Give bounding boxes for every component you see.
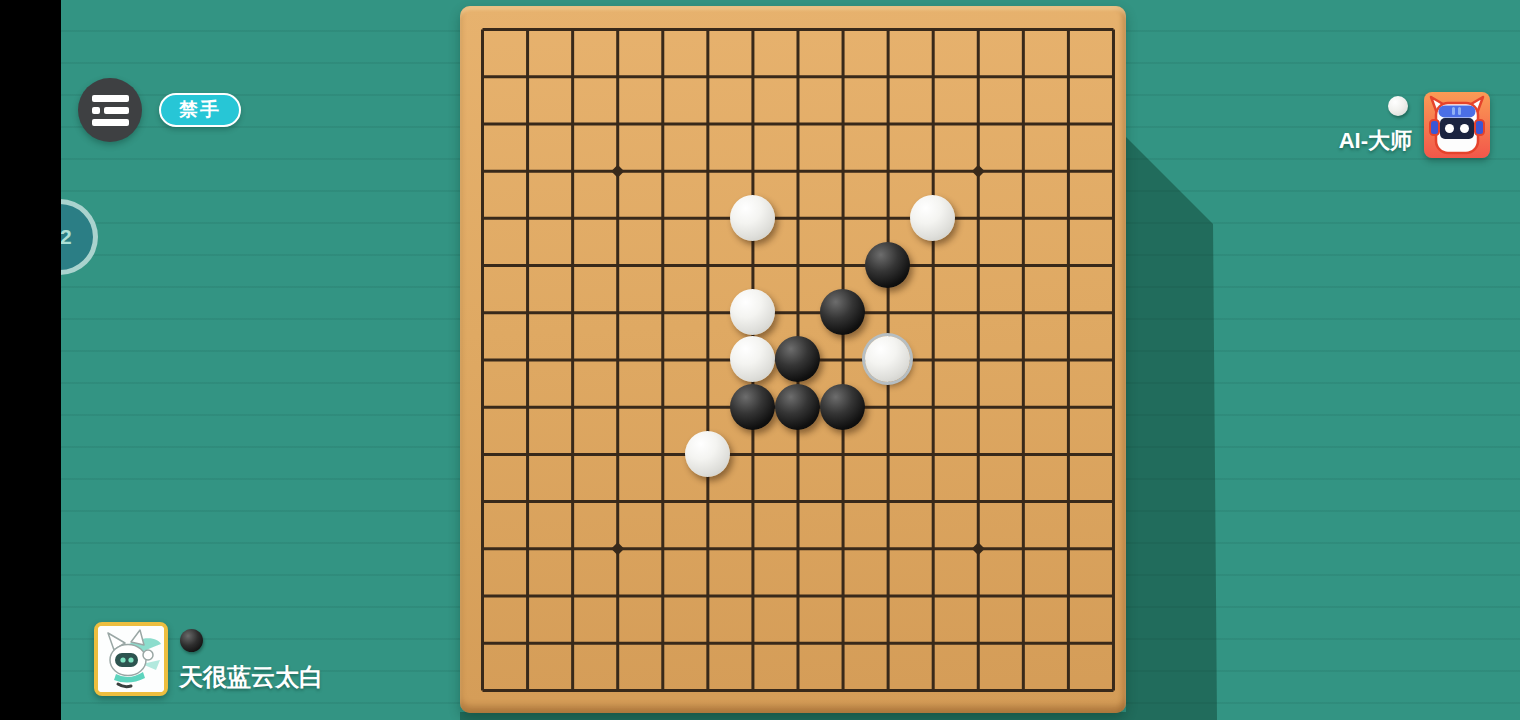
board-cell[interactable] <box>1000 194 1045 241</box>
board-cell[interactable] <box>1000 430 1045 477</box>
board-cell[interactable] <box>730 525 775 572</box>
cat-avatar[interactable] <box>94 622 168 696</box>
board-cell[interactable] <box>820 100 865 147</box>
board-cell[interactable] <box>550 53 595 100</box>
board-cell[interactable] <box>595 147 640 194</box>
board-cell[interactable] <box>955 336 1000 383</box>
board-cell[interactable] <box>955 53 1000 100</box>
board-cell[interactable] <box>865 194 910 241</box>
board-cell[interactable] <box>775 53 820 100</box>
board-cell[interactable] <box>595 572 640 619</box>
board-cell[interactable] <box>865 147 910 194</box>
white-stone <box>910 195 955 241</box>
board-cell[interactable] <box>1090 100 1135 147</box>
board-cell[interactable] <box>685 147 730 194</box>
board-cell[interactable] <box>460 194 505 241</box>
board-cell[interactable] <box>685 336 730 383</box>
board-cell[interactable] <box>730 241 775 288</box>
board-cell[interactable] <box>640 5 685 52</box>
board-cell[interactable] <box>910 477 955 524</box>
menu-button[interactable] <box>78 78 142 142</box>
board-cell[interactable] <box>1045 100 1090 147</box>
board-cell[interactable] <box>775 241 820 288</box>
board-cell[interactable] <box>775 194 820 241</box>
board-cell[interactable] <box>460 53 505 100</box>
board-cell[interactable] <box>1045 477 1090 524</box>
board-cell[interactable] <box>460 666 505 713</box>
board-cell[interactable] <box>910 53 955 100</box>
board-cell[interactable] <box>1045 336 1090 383</box>
board-cell[interactable] <box>910 100 955 147</box>
board-cell[interactable] <box>550 5 595 52</box>
board-cell[interactable] <box>1090 241 1135 288</box>
board-cell[interactable] <box>1090 525 1135 572</box>
board-cell[interactable] <box>1090 383 1135 430</box>
board-cell[interactable] <box>1045 53 1090 100</box>
board-cell[interactable] <box>595 5 640 52</box>
board-cell[interactable] <box>595 619 640 666</box>
board-cell[interactable] <box>640 147 685 194</box>
board-cell[interactable] <box>775 100 820 147</box>
board-cell[interactable] <box>640 100 685 147</box>
board-cell[interactable] <box>775 430 820 477</box>
white-stone <box>730 289 775 335</box>
board-cell[interactable] <box>550 289 595 336</box>
board-cell[interactable] <box>640 619 685 666</box>
board-cell[interactable] <box>865 5 910 52</box>
board-cell[interactable] <box>730 147 775 194</box>
board-cell[interactable] <box>955 147 1000 194</box>
board-cell[interactable] <box>1090 5 1135 52</box>
board-cell[interactable] <box>820 572 865 619</box>
gomoku-board <box>460 6 1126 713</box>
board-cell[interactable] <box>955 289 1000 336</box>
board-cell[interactable] <box>595 430 640 477</box>
board-cell[interactable] <box>505 289 550 336</box>
menu-bar-middle-line <box>104 107 129 114</box>
board-cell[interactable] <box>1045 525 1090 572</box>
board-cell[interactable] <box>685 100 730 147</box>
board-cell[interactable] <box>910 147 955 194</box>
board-cell[interactable] <box>640 383 685 430</box>
board-cell[interactable] <box>505 336 550 383</box>
board-cell[interactable] <box>820 383 865 430</box>
board-cell[interactable] <box>1000 572 1045 619</box>
board-cell[interactable] <box>1090 53 1135 100</box>
board-cell[interactable] <box>1045 619 1090 666</box>
board-cell[interactable] <box>1090 336 1135 383</box>
board-cell[interactable] <box>1045 572 1090 619</box>
board-cell[interactable] <box>460 5 505 52</box>
black-stone <box>865 242 910 288</box>
game-screen: 禁手 22 AI-大师 <box>0 0 1520 720</box>
board-cell[interactable] <box>685 289 730 336</box>
opponent-name: AI-大师 <box>1290 126 1412 156</box>
board-cell[interactable] <box>595 53 640 100</box>
board-cell[interactable] <box>685 666 730 713</box>
player-black-stone-indicator <box>180 629 203 652</box>
board-cell[interactable] <box>865 477 910 524</box>
player-name: 天很蓝云太白 <box>179 661 323 693</box>
board-cell[interactable] <box>505 100 550 147</box>
board-cell[interactable] <box>910 383 955 430</box>
board-cell[interactable] <box>640 289 685 336</box>
board-cell[interactable] <box>820 194 865 241</box>
board-cell[interactable] <box>955 430 1000 477</box>
board-cell[interactable] <box>595 477 640 524</box>
board-cell[interactable] <box>550 336 595 383</box>
board-cell[interactable] <box>910 194 955 241</box>
board-cell[interactable] <box>775 572 820 619</box>
board-cell[interactable] <box>910 241 955 288</box>
board-cell[interactable] <box>550 525 595 572</box>
board-cell[interactable] <box>685 241 730 288</box>
opponent-white-stone-indicator <box>1388 96 1408 116</box>
black-stone <box>730 384 775 430</box>
board-cell[interactable] <box>1045 666 1090 713</box>
board-cell[interactable] <box>865 430 910 477</box>
board-cell[interactable] <box>820 147 865 194</box>
white-stone <box>730 195 775 241</box>
board-stones-grid <box>460 5 1136 713</box>
board-cell[interactable] <box>460 241 505 288</box>
board-cell[interactable] <box>640 336 685 383</box>
board-cell[interactable] <box>550 241 595 288</box>
board-cell[interactable] <box>595 289 640 336</box>
board-cell[interactable] <box>730 53 775 100</box>
board-cell[interactable] <box>910 572 955 619</box>
white-stone-last-move <box>865 336 910 382</box>
board-cell[interactable] <box>460 336 505 383</box>
board-cell[interactable] <box>1045 289 1090 336</box>
board-cell[interactable] <box>1090 194 1135 241</box>
board-cell[interactable] <box>955 477 1000 524</box>
board-cell[interactable] <box>1090 147 1135 194</box>
board-cell[interactable] <box>910 525 955 572</box>
board-cell[interactable] <box>1000 525 1045 572</box>
board-cell[interactable] <box>1045 430 1090 477</box>
board-cell[interactable] <box>730 477 775 524</box>
board-cell[interactable] <box>865 619 910 666</box>
board-cell[interactable] <box>955 241 1000 288</box>
board-cell[interactable] <box>1000 100 1045 147</box>
board-cell[interactable] <box>505 666 550 713</box>
board-cell[interactable] <box>505 53 550 100</box>
board-cell[interactable] <box>685 525 730 572</box>
menu-bar-bottom <box>92 119 129 126</box>
board-cell[interactable] <box>550 572 595 619</box>
board-cell[interactable] <box>460 430 505 477</box>
board-cell[interactable] <box>595 336 640 383</box>
board-cell[interactable] <box>685 53 730 100</box>
board-cell[interactable] <box>955 194 1000 241</box>
board-cell[interactable] <box>1090 289 1135 336</box>
cat-avatar-art <box>98 626 164 692</box>
board-cell[interactable] <box>910 289 955 336</box>
board-cell[interactable] <box>505 5 550 52</box>
board-cell[interactable] <box>595 241 640 288</box>
board-cell[interactable] <box>550 619 595 666</box>
board-cell[interactable] <box>865 666 910 713</box>
board-cell[interactable] <box>730 336 775 383</box>
board-cell[interactable] <box>640 666 685 713</box>
board-cell[interactable] <box>820 336 865 383</box>
board-cell[interactable] <box>1000 666 1045 713</box>
board-cell[interactable] <box>775 336 820 383</box>
board-cell[interactable] <box>955 666 1000 713</box>
menu-bar-middle <box>92 107 129 114</box>
white-stone <box>730 336 775 382</box>
board-cell[interactable] <box>1000 336 1045 383</box>
board-cell[interactable] <box>820 619 865 666</box>
board-cell[interactable] <box>685 572 730 619</box>
board-cell[interactable] <box>865 289 910 336</box>
board-cell[interactable] <box>460 477 505 524</box>
board-cell[interactable] <box>955 5 1000 52</box>
board-cell[interactable] <box>1000 241 1045 288</box>
board-cell[interactable] <box>820 525 865 572</box>
board-cell[interactable] <box>1000 383 1045 430</box>
board-cell[interactable] <box>685 619 730 666</box>
board-cell[interactable] <box>910 619 955 666</box>
board-cell[interactable] <box>820 5 865 52</box>
board-cell[interactable] <box>460 619 505 666</box>
board-cell[interactable] <box>505 147 550 194</box>
board-cell[interactable] <box>505 572 550 619</box>
board-cell[interactable] <box>505 619 550 666</box>
board-cell[interactable] <box>775 477 820 524</box>
board-cell[interactable] <box>550 477 595 524</box>
board-cell[interactable] <box>775 383 820 430</box>
board-cell[interactable] <box>1045 5 1090 52</box>
menu-bar-square <box>92 107 100 114</box>
board-cell[interactable] <box>955 100 1000 147</box>
board-cell[interactable] <box>1000 53 1045 100</box>
board-cell[interactable] <box>460 289 505 336</box>
board-cell[interactable] <box>1000 5 1045 52</box>
board-cell[interactable] <box>1090 430 1135 477</box>
hamburger-menu-icon <box>92 95 129 126</box>
board-cell[interactable] <box>1045 241 1090 288</box>
menu-bar-top <box>92 95 129 102</box>
board-cell[interactable] <box>550 430 595 477</box>
board-cell[interactable] <box>820 477 865 524</box>
board-cell[interactable] <box>730 383 775 430</box>
forbidden-move-rule-badge: 禁手 <box>159 93 241 127</box>
black-stone <box>820 384 865 430</box>
board-cell[interactable] <box>1045 194 1090 241</box>
board-cell[interactable] <box>955 619 1000 666</box>
board-cell[interactable] <box>460 525 505 572</box>
board-cell[interactable] <box>595 100 640 147</box>
board-cell[interactable] <box>1090 666 1135 713</box>
board-cell[interactable] <box>1045 147 1090 194</box>
board-cell[interactable] <box>910 336 955 383</box>
board-cell[interactable] <box>775 289 820 336</box>
board-cell[interactable] <box>955 383 1000 430</box>
board-cell[interactable] <box>730 5 775 52</box>
board-cell[interactable] <box>640 430 685 477</box>
board-cell[interactable] <box>595 525 640 572</box>
board-cell[interactable] <box>505 194 550 241</box>
board-cell[interactable] <box>550 147 595 194</box>
board-cell[interactable] <box>685 477 730 524</box>
board-cell[interactable] <box>910 666 955 713</box>
letterbox-bar <box>0 0 61 720</box>
board-cell[interactable] <box>595 666 640 713</box>
board-cell[interactable] <box>730 666 775 713</box>
board-cell[interactable] <box>685 5 730 52</box>
board-cell[interactable] <box>1000 477 1045 524</box>
board-cell[interactable] <box>910 5 955 52</box>
board-cell[interactable] <box>775 5 820 52</box>
board-cell[interactable] <box>640 53 685 100</box>
board-cell[interactable] <box>865 525 910 572</box>
white-stone <box>685 431 730 477</box>
board-cell[interactable] <box>730 289 775 336</box>
board-cell[interactable] <box>730 619 775 666</box>
board-cell[interactable] <box>865 383 910 430</box>
black-stone <box>775 384 820 430</box>
board-cell[interactable] <box>640 477 685 524</box>
board-cell[interactable] <box>550 194 595 241</box>
board-cell[interactable] <box>820 53 865 100</box>
board-cell[interactable] <box>640 525 685 572</box>
board-cell[interactable] <box>910 430 955 477</box>
board-cell[interactable] <box>820 241 865 288</box>
board-cell[interactable] <box>775 147 820 194</box>
board-cell[interactable] <box>550 383 595 430</box>
board-cell[interactable] <box>865 572 910 619</box>
board-cell[interactable] <box>865 241 910 288</box>
board-cell[interactable] <box>1090 477 1135 524</box>
board-cell[interactable] <box>505 430 550 477</box>
board-cell[interactable] <box>550 100 595 147</box>
board-cell[interactable] <box>505 477 550 524</box>
board-cell[interactable] <box>820 289 865 336</box>
board-cell[interactable] <box>1045 383 1090 430</box>
board-cell[interactable] <box>460 147 505 194</box>
board-cell[interactable] <box>730 572 775 619</box>
board-cell[interactable] <box>955 572 1000 619</box>
board-cell[interactable] <box>775 619 820 666</box>
board-cell[interactable] <box>820 430 865 477</box>
board-cell[interactable] <box>1000 619 1045 666</box>
board-cell[interactable] <box>1000 289 1045 336</box>
board-cell[interactable] <box>460 572 505 619</box>
board-cell[interactable] <box>730 430 775 477</box>
board-cell[interactable] <box>595 194 640 241</box>
board-cell[interactable] <box>505 241 550 288</box>
board-cell[interactable] <box>685 430 730 477</box>
board-cell[interactable] <box>1090 619 1135 666</box>
board-cell[interactable] <box>505 525 550 572</box>
black-stone <box>820 289 865 335</box>
board-cell[interactable] <box>820 666 865 713</box>
board-cell[interactable] <box>730 194 775 241</box>
robot-avatar-art <box>1424 92 1490 158</box>
board-cell[interactable] <box>640 194 685 241</box>
robot-avatar[interactable] <box>1424 92 1490 158</box>
board-cell[interactable] <box>865 336 910 383</box>
board-cell[interactable] <box>595 383 640 430</box>
board-cell[interactable] <box>505 383 550 430</box>
board-cell[interactable] <box>1090 572 1135 619</box>
board-cell[interactable] <box>460 383 505 430</box>
board-cell[interactable] <box>685 383 730 430</box>
board-cell[interactable] <box>865 53 910 100</box>
black-stone <box>775 336 820 382</box>
board-cell[interactable] <box>955 525 1000 572</box>
board-cell[interactable] <box>640 241 685 288</box>
board-cell[interactable] <box>775 666 820 713</box>
board-cell[interactable] <box>865 100 910 147</box>
board-cell[interactable] <box>550 666 595 713</box>
board-cell[interactable] <box>730 100 775 147</box>
board-cell[interactable] <box>1000 147 1045 194</box>
board-cell[interactable] <box>460 100 505 147</box>
board-cell[interactable] <box>640 572 685 619</box>
board-cell[interactable] <box>685 194 730 241</box>
board-cell[interactable] <box>775 525 820 572</box>
